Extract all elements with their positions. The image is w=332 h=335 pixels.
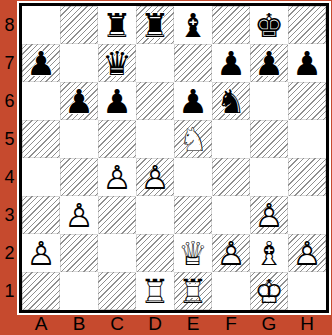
square-e2[interactable]: ♛♕ bbox=[174, 234, 212, 272]
square-a7[interactable]: ♟ bbox=[22, 44, 60, 82]
piece-glyph: ♟ bbox=[98, 82, 136, 120]
file-label-g: G bbox=[250, 314, 288, 334]
square-g7[interactable]: ♟ bbox=[250, 44, 288, 82]
square-a5[interactable] bbox=[22, 120, 60, 158]
square-a6[interactable] bbox=[22, 82, 60, 120]
square-c3[interactable] bbox=[98, 196, 136, 234]
square-c5[interactable] bbox=[98, 120, 136, 158]
white-knight-e5[interactable]: ♞♘ bbox=[174, 120, 212, 158]
square-b1[interactable] bbox=[60, 272, 98, 310]
piece-glyph: ♜ bbox=[136, 6, 174, 44]
white-rook-d1[interactable]: ♜♖ bbox=[136, 272, 174, 310]
square-h6[interactable] bbox=[288, 82, 326, 120]
white-pawn-b3[interactable]: ♟♙ bbox=[60, 196, 98, 234]
black-pawn-b6[interactable]: ♟ bbox=[60, 82, 98, 120]
white-pawn-c4[interactable]: ♟♙ bbox=[98, 158, 136, 196]
square-h8[interactable] bbox=[288, 6, 326, 44]
square-f3[interactable] bbox=[212, 196, 250, 234]
piece-outline: ♙ bbox=[288, 234, 326, 272]
black-pawn-a7[interactable]: ♟ bbox=[22, 44, 60, 82]
black-rook-d8[interactable]: ♜ bbox=[136, 6, 174, 44]
square-f2[interactable]: ♟♙ bbox=[212, 234, 250, 272]
piece-glyph: ♟ bbox=[60, 82, 98, 120]
black-knight-f6[interactable]: ♞ bbox=[212, 82, 250, 120]
square-c2[interactable] bbox=[98, 234, 136, 272]
file-label-c: C bbox=[98, 314, 136, 334]
square-c7[interactable]: ♛ bbox=[98, 44, 136, 82]
piece-outline: ♙ bbox=[136, 158, 174, 196]
white-pawn-h2[interactable]: ♟♙ bbox=[288, 234, 326, 272]
rank-label-7: 7 bbox=[0, 44, 19, 82]
black-pawn-f7[interactable]: ♟ bbox=[212, 44, 250, 82]
white-pawn-d4[interactable]: ♟♙ bbox=[136, 158, 174, 196]
square-b5[interactable] bbox=[60, 120, 98, 158]
rank-label-4: 4 bbox=[0, 158, 19, 196]
piece-outline: ♘ bbox=[174, 120, 212, 158]
square-f7[interactable]: ♟ bbox=[212, 44, 250, 82]
square-e7[interactable] bbox=[174, 44, 212, 82]
square-h5[interactable] bbox=[288, 120, 326, 158]
piece-glyph: ♟ bbox=[22, 44, 60, 82]
piece-outline: ♙ bbox=[22, 234, 60, 272]
chess-diagram: 87654321 ♜♜♝♚♟♛♟♟♟♟♟♟♞♞♘♟♙♟♙♟♙♟♙♟♙♛♕♟♙♝♗… bbox=[0, 0, 332, 335]
square-d8[interactable]: ♜ bbox=[136, 6, 174, 44]
white-rook-e1[interactable]: ♜♖ bbox=[174, 272, 212, 310]
square-c6[interactable]: ♟ bbox=[98, 82, 136, 120]
square-g6[interactable] bbox=[250, 82, 288, 120]
square-b6[interactable]: ♟ bbox=[60, 82, 98, 120]
rank-label-2: 2 bbox=[0, 234, 19, 272]
square-b4[interactable] bbox=[60, 158, 98, 196]
rank-label-8: 8 bbox=[0, 6, 19, 44]
square-f1[interactable] bbox=[212, 272, 250, 310]
piece-glyph: ♟ bbox=[288, 44, 326, 82]
square-e3[interactable] bbox=[174, 196, 212, 234]
piece-outline: ♗ bbox=[250, 234, 288, 272]
black-pawn-e6[interactable]: ♟ bbox=[174, 82, 212, 120]
piece-glyph: ♞ bbox=[212, 82, 250, 120]
square-h7[interactable]: ♟ bbox=[288, 44, 326, 82]
file-label-a: A bbox=[22, 314, 60, 334]
piece-outline: ♙ bbox=[60, 196, 98, 234]
piece-outline: ♙ bbox=[98, 158, 136, 196]
square-c8[interactable]: ♜ bbox=[98, 6, 136, 44]
square-a4[interactable] bbox=[22, 158, 60, 196]
chess-board: ♜♜♝♚♟♛♟♟♟♟♟♟♞♞♘♟♙♟♙♟♙♟♙♟♙♛♕♟♙♝♗♟♙♜♖♜♖♚♔ bbox=[22, 6, 326, 310]
square-f8[interactable] bbox=[212, 6, 250, 44]
black-king-g8[interactable]: ♚ bbox=[250, 6, 288, 44]
square-g4[interactable] bbox=[250, 158, 288, 196]
square-d5[interactable] bbox=[136, 120, 174, 158]
square-h3[interactable] bbox=[288, 196, 326, 234]
square-g3[interactable]: ♟♙ bbox=[250, 196, 288, 234]
square-a2[interactable]: ♟♙ bbox=[22, 234, 60, 272]
file-label-e: E bbox=[174, 314, 212, 334]
rank-label-5: 5 bbox=[0, 120, 19, 158]
square-b7[interactable] bbox=[60, 44, 98, 82]
square-d7[interactable] bbox=[136, 44, 174, 82]
square-e5[interactable]: ♞♘ bbox=[174, 120, 212, 158]
square-a3[interactable] bbox=[22, 196, 60, 234]
piece-outline: ♕ bbox=[174, 234, 212, 272]
white-pawn-a2[interactable]: ♟♙ bbox=[22, 234, 60, 272]
black-pawn-g7[interactable]: ♟ bbox=[250, 44, 288, 82]
piece-glyph: ♜ bbox=[98, 6, 136, 44]
white-bishop-g2[interactable]: ♝♗ bbox=[250, 234, 288, 272]
rank-label-1: 1 bbox=[0, 272, 19, 310]
file-label-f: F bbox=[212, 314, 250, 334]
square-d4[interactable]: ♟♙ bbox=[136, 158, 174, 196]
square-h4[interactable] bbox=[288, 158, 326, 196]
square-e8[interactable]: ♝ bbox=[174, 6, 212, 44]
square-f6[interactable]: ♞ bbox=[212, 82, 250, 120]
piece-glyph: ♛ bbox=[98, 44, 136, 82]
file-label-b: B bbox=[60, 314, 98, 334]
file-label-d: D bbox=[136, 314, 174, 334]
square-d3[interactable] bbox=[136, 196, 174, 234]
square-g5[interactable] bbox=[250, 120, 288, 158]
square-h2[interactable]: ♟♙ bbox=[288, 234, 326, 272]
square-h1[interactable] bbox=[288, 272, 326, 310]
square-g2[interactable]: ♝♗ bbox=[250, 234, 288, 272]
square-e4[interactable] bbox=[174, 158, 212, 196]
square-e1[interactable]: ♜♖ bbox=[174, 272, 212, 310]
black-queen-c7[interactable]: ♛ bbox=[98, 44, 136, 82]
piece-glyph: ♟ bbox=[250, 44, 288, 82]
white-king-g1[interactable]: ♚♔ bbox=[250, 272, 288, 310]
square-f4[interactable] bbox=[212, 158, 250, 196]
piece-outline: ♙ bbox=[212, 234, 250, 272]
board-frame: ♜♜♝♚♟♛♟♟♟♟♟♟♞♞♘♟♙♟♙♟♙♟♙♟♙♛♕♟♙♝♗♟♙♜♖♜♖♚♔ bbox=[19, 3, 329, 313]
square-b8[interactable] bbox=[60, 6, 98, 44]
piece-glyph: ♟ bbox=[174, 82, 212, 120]
square-d6[interactable] bbox=[136, 82, 174, 120]
black-pawn-h7[interactable]: ♟ bbox=[288, 44, 326, 82]
square-g1[interactable]: ♚♔ bbox=[250, 272, 288, 310]
square-b2[interactable] bbox=[60, 234, 98, 272]
white-queen-e2[interactable]: ♛♕ bbox=[174, 234, 212, 272]
square-e6[interactable]: ♟ bbox=[174, 82, 212, 120]
square-d2[interactable] bbox=[136, 234, 174, 272]
piece-glyph: ♝ bbox=[174, 6, 212, 44]
square-f5[interactable] bbox=[212, 120, 250, 158]
file-label-h: H bbox=[288, 314, 326, 334]
piece-outline: ♖ bbox=[174, 272, 212, 310]
rank-label-6: 6 bbox=[0, 82, 19, 120]
white-pawn-g3[interactable]: ♟♙ bbox=[250, 196, 288, 234]
black-bishop-e8[interactable]: ♝ bbox=[174, 6, 212, 44]
piece-outline: ♙ bbox=[250, 196, 288, 234]
square-c4[interactable]: ♟♙ bbox=[98, 158, 136, 196]
piece-glyph: ♟ bbox=[212, 44, 250, 82]
white-pawn-f2[interactable]: ♟♙ bbox=[212, 234, 250, 272]
square-a1[interactable] bbox=[22, 272, 60, 310]
piece-outline: ♔ bbox=[250, 272, 288, 310]
square-d1[interactable]: ♜♖ bbox=[136, 272, 174, 310]
square-c1[interactable] bbox=[98, 272, 136, 310]
square-a8[interactable] bbox=[22, 6, 60, 44]
square-g8[interactable]: ♚ bbox=[250, 6, 288, 44]
square-b3[interactable]: ♟♙ bbox=[60, 196, 98, 234]
piece-outline: ♖ bbox=[136, 272, 174, 310]
black-rook-c8[interactable]: ♜ bbox=[98, 6, 136, 44]
rank-label-3: 3 bbox=[0, 196, 19, 234]
black-pawn-c6[interactable]: ♟ bbox=[98, 82, 136, 120]
piece-glyph: ♚ bbox=[250, 6, 288, 44]
